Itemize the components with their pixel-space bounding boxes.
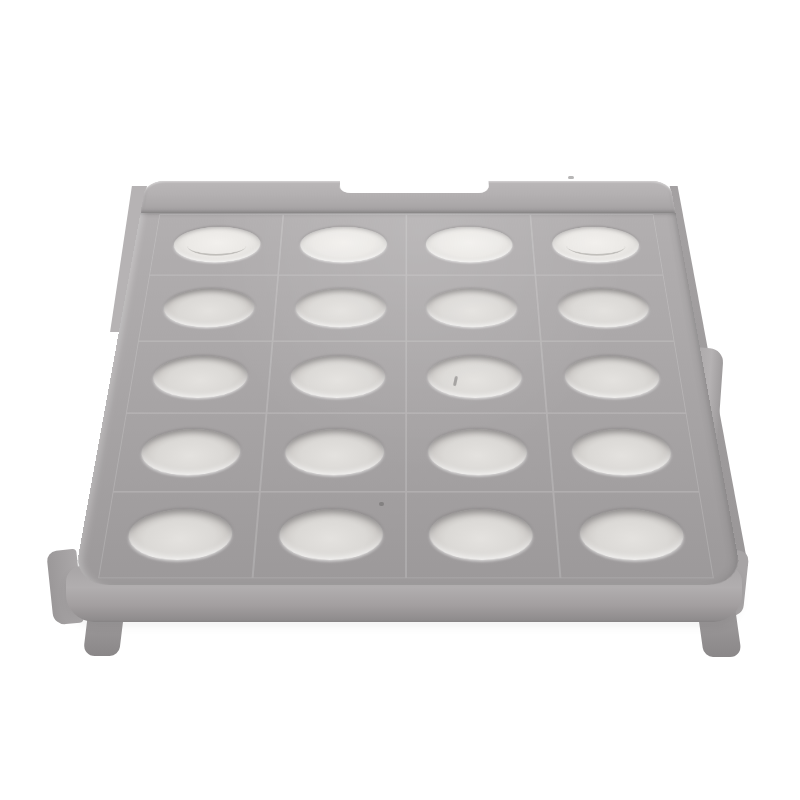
pit-depression [426,226,514,262]
pit-depression [556,288,651,327]
pit-r1c3 [406,214,535,275]
pit-r4c3 [406,413,553,492]
pit-depression [563,355,662,397]
pit-depression [150,355,249,397]
pit-r1c1 [149,214,283,275]
pit-r4c2 [259,413,406,492]
pit-depression [284,429,384,475]
pit-depression [171,226,262,262]
pit-depression [427,355,523,397]
rim-notch [339,179,489,193]
surface-speck [568,176,574,179]
pit-r5c1 [98,492,259,578]
pit-r1c2 [278,214,407,275]
pit-r3c3 [406,341,546,413]
pit-depression [577,509,686,560]
pit-depression [570,429,674,475]
pit-r1c4 [530,214,664,275]
tray-board [73,181,743,585]
pit-r3c1 [126,341,272,413]
pit-depression [427,288,519,327]
board-grid [73,213,743,585]
pit-depression [550,226,641,262]
pit-depression [161,288,256,327]
pit-depression [278,509,383,560]
pit-r2c2 [272,275,406,341]
pit-depression [429,509,534,560]
pit-r3c2 [266,341,406,413]
pit-r2c4 [535,275,675,341]
pit-r5c4 [553,492,714,578]
pit-r4c4 [546,413,699,492]
pit-depression [125,509,235,560]
pit-r4c1 [113,413,266,492]
pit-r3c4 [540,341,686,413]
pit-r5c3 [406,492,560,578]
pit-r2c3 [406,275,540,341]
pit-depression [138,429,242,475]
pit-depression [428,429,528,475]
pit-depression [294,288,386,327]
pit-depression [299,226,387,262]
back-rim [140,181,675,213]
pit-depression [289,355,385,397]
pit-r2c1 [138,275,278,341]
surface-speck [379,502,384,506]
photo-stage [0,0,800,800]
